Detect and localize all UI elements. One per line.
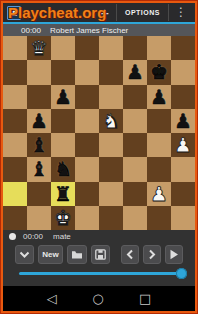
android-nav-bar: ◁ ○ □ <box>3 286 195 311</box>
black-pawn: ♟ <box>126 60 144 84</box>
square-d1[interactable] <box>75 206 99 230</box>
square-b3[interactable]: ♝ <box>27 157 51 181</box>
square-e1[interactable] <box>99 206 123 230</box>
square-a1[interactable] <box>3 206 27 230</box>
chevron-down-icon <box>19 251 30 259</box>
square-c1[interactable]: ♚ <box>51 206 75 230</box>
seekbar-track[interactable] <box>19 272 181 275</box>
square-d8[interactable] <box>75 36 99 60</box>
white-pawn: ♟ <box>174 133 192 157</box>
collapse-button[interactable] <box>15 245 34 264</box>
square-e8[interactable] <box>99 36 123 60</box>
square-f3[interactable] <box>123 157 147 181</box>
square-b7[interactable] <box>27 60 51 84</box>
square-a6[interactable] <box>3 85 27 109</box>
square-d3[interactable] <box>75 157 99 181</box>
control-button-row: New <box>3 243 195 266</box>
black-pawn: ♟ <box>150 85 168 109</box>
home-icon[interactable]: ○ <box>92 286 103 311</box>
square-a3[interactable] <box>3 157 27 181</box>
square-d5[interactable] <box>75 109 99 133</box>
app-bar: ♟ + OPTIONS ⋮ <box>3 3 195 24</box>
app-pawn-icon: ♟ <box>7 6 21 20</box>
square-b4[interactable]: ♝ <box>27 133 51 157</box>
square-h3[interactable] <box>171 157 195 181</box>
black-rook: ♜ <box>54 182 72 206</box>
white-knight: ♞ <box>102 109 120 133</box>
black-pawn: ♟ <box>54 85 72 109</box>
white-pawn: ♟ <box>150 182 168 206</box>
chevron-left-icon <box>126 249 134 260</box>
square-e7[interactable] <box>99 60 123 84</box>
recents-icon[interactable]: □ <box>139 286 151 311</box>
square-b5[interactable]: ♟ <box>27 109 51 133</box>
square-f5[interactable] <box>123 109 147 133</box>
black-player-bar: 00:00 Robert James Fischer <box>3 24 195 36</box>
screenshot-frame: Playcheat.org ♟ + OPTIONS ⋮ 00:00 Robert… <box>0 0 198 314</box>
square-h7[interactable] <box>171 60 195 84</box>
mate-status-label: mate <box>53 232 71 241</box>
square-h6[interactable] <box>171 85 195 109</box>
square-h5[interactable]: ♟ <box>171 109 195 133</box>
square-h8[interactable] <box>171 36 195 60</box>
game-seekbar[interactable] <box>3 266 195 281</box>
black-pawn: ♟ <box>174 109 192 133</box>
square-g3[interactable] <box>147 157 171 181</box>
square-g1[interactable] <box>147 206 171 230</box>
square-d7[interactable] <box>75 60 99 84</box>
square-d4[interactable] <box>75 133 99 157</box>
square-e6[interactable] <box>99 85 123 109</box>
open-button[interactable] <box>67 245 87 264</box>
side-to-move-dot-icon <box>9 233 16 240</box>
back-icon[interactable]: ◁ <box>47 286 57 311</box>
square-c6[interactable]: ♟ <box>51 85 75 109</box>
save-button[interactable] <box>91 245 110 264</box>
square-b1[interactable] <box>27 206 51 230</box>
play-icon <box>169 249 179 260</box>
next-move-button[interactable] <box>143 245 161 264</box>
square-f7[interactable]: ♟ <box>123 60 147 84</box>
square-g5[interactable] <box>147 109 171 133</box>
square-c2[interactable]: ♜ <box>51 182 75 206</box>
square-c7[interactable] <box>51 60 75 84</box>
prev-move-button[interactable] <box>121 245 139 264</box>
black-player-name: Robert James Fischer <box>50 26 128 35</box>
status-clock: 00:00 <box>23 232 43 241</box>
white-queen: ♛ <box>30 36 48 60</box>
square-e5[interactable]: ♞ <box>99 109 123 133</box>
square-h4[interactable]: ♟ <box>171 133 195 157</box>
square-a7[interactable] <box>3 60 27 84</box>
open-folder-icon <box>71 250 83 260</box>
square-f8[interactable] <box>123 36 147 60</box>
play-button[interactable] <box>165 245 183 264</box>
black-king: ♚ <box>150 60 168 84</box>
square-g2[interactable]: ♟ <box>147 182 171 206</box>
black-knight: ♞ <box>54 157 72 181</box>
square-f2[interactable] <box>123 182 147 206</box>
square-c3[interactable]: ♞ <box>51 157 75 181</box>
square-f1[interactable] <box>123 206 147 230</box>
seekbar-thumb[interactable] <box>176 268 187 279</box>
square-c5[interactable] <box>51 109 75 133</box>
chevron-right-icon <box>148 249 156 260</box>
black-player-clock: 00:00 <box>21 26 41 35</box>
square-h2[interactable] <box>171 182 195 206</box>
square-d2[interactable] <box>75 182 99 206</box>
white-king: ♚ <box>54 206 72 230</box>
chess-board[interactable]: ♛♟♚♟♟♟♞♟♝♟♝♞♜♟♚ <box>3 36 195 230</box>
options-button[interactable]: OPTIONS <box>116 4 169 21</box>
square-c8[interactable] <box>51 36 75 60</box>
square-a5[interactable] <box>3 109 27 133</box>
square-g7[interactable]: ♚ <box>147 60 171 84</box>
square-e4[interactable] <box>99 133 123 157</box>
square-a8[interactable] <box>3 36 27 60</box>
square-a2[interactable] <box>3 182 27 206</box>
save-floppy-icon <box>95 249 106 260</box>
square-g6[interactable]: ♟ <box>147 85 171 109</box>
square-d6[interactable] <box>75 85 99 109</box>
square-e3[interactable] <box>99 157 123 181</box>
square-b6[interactable] <box>27 85 51 109</box>
square-a4[interactable] <box>3 133 27 157</box>
square-f4[interactable] <box>123 133 147 157</box>
square-f6[interactable] <box>123 85 147 109</box>
square-h1[interactable] <box>171 206 195 230</box>
square-g8[interactable] <box>147 36 171 60</box>
square-b8[interactable]: ♛ <box>27 36 51 60</box>
status-row: 00:00 mate <box>3 230 195 243</box>
overflow-menu-icon[interactable]: ⋮ <box>169 4 193 21</box>
new-button[interactable]: New <box>38 245 62 264</box>
black-pawn: ♟ <box>30 109 48 133</box>
square-g4[interactable] <box>147 133 171 157</box>
black-bishop: ♝ <box>30 157 48 181</box>
new-game-plus-button[interactable]: + <box>93 4 116 21</box>
square-c4[interactable] <box>51 133 75 157</box>
square-e2[interactable] <box>99 182 123 206</box>
square-b2[interactable] <box>27 182 51 206</box>
black-bishop: ♝ <box>30 133 48 157</box>
